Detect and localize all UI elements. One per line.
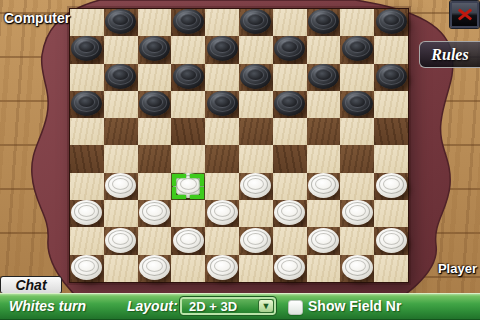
- square-r3c10[interactable]: [374, 64, 408, 91]
- square-r8c3[interactable]: [138, 200, 172, 227]
- square-r8c2[interactable]: [104, 200, 138, 227]
- square-r8c10[interactable]: [374, 200, 408, 227]
- square-r5c5[interactable]: [205, 118, 239, 145]
- square-r8c4[interactable]: [171, 200, 205, 227]
- square-r3c9[interactable]: [340, 64, 374, 91]
- square-r7c8[interactable]: [307, 173, 341, 200]
- square-r3c4[interactable]: [171, 64, 205, 91]
- square-r5c6[interactable]: [239, 118, 273, 145]
- white-piece[interactable]: [274, 255, 305, 280]
- square-r1c4[interactable]: [171, 9, 205, 36]
- square-r1c3[interactable]: [138, 9, 172, 36]
- black-piece[interactable]: [240, 64, 271, 89]
- board[interactable]: [69, 8, 409, 283]
- square-r8c6[interactable]: [239, 200, 273, 227]
- square-r1c5[interactable]: [205, 9, 239, 36]
- square-r7c9[interactable]: [340, 173, 374, 200]
- status-bar: Whites turn Layout: 2D + 3D ▼ Show Field…: [0, 293, 480, 320]
- black-piece[interactable]: [173, 9, 204, 34]
- layout-label: Layout:: [127, 298, 178, 314]
- square-r2c10[interactable]: [374, 36, 408, 63]
- white-piece[interactable]: [173, 173, 204, 198]
- black-piece[interactable]: [342, 91, 373, 116]
- game-window: Computer Player Rules Chat Whites turn L…: [0, 0, 480, 320]
- square-r7c5[interactable]: [205, 173, 239, 200]
- square-r7c3[interactable]: [138, 173, 172, 200]
- square-r1c8[interactable]: [307, 9, 341, 36]
- turn-status-text: Whites turn: [9, 298, 86, 314]
- square-r6c5[interactable]: [205, 145, 239, 172]
- square-r7c10[interactable]: [374, 173, 408, 200]
- square-r4c6[interactable]: [239, 91, 273, 118]
- square-r9c5[interactable]: [205, 227, 239, 254]
- white-piece[interactable]: [342, 200, 373, 225]
- square-r10c5[interactable]: [205, 255, 239, 282]
- show-field-label: Show Field Nr: [308, 298, 401, 314]
- square-r9c2[interactable]: [104, 227, 138, 254]
- square-r9c8[interactable]: [307, 227, 341, 254]
- layout-dropdown-value: 2D + 3D: [189, 299, 237, 314]
- square-r1c6[interactable]: [239, 9, 273, 36]
- white-piece[interactable]: [274, 200, 305, 225]
- white-piece[interactable]: [308, 228, 339, 253]
- square-r8c7[interactable]: [273, 200, 307, 227]
- computer-player-label: Computer: [4, 10, 70, 26]
- square-r5c4[interactable]: [171, 118, 205, 145]
- square-r4c8[interactable]: [307, 91, 341, 118]
- square-r9c9[interactable]: [340, 227, 374, 254]
- black-piece[interactable]: [139, 36, 170, 61]
- black-piece[interactable]: [105, 9, 136, 34]
- square-r2c1[interactable]: [70, 36, 104, 63]
- black-piece[interactable]: [274, 36, 305, 61]
- chevron-down-icon[interactable]: ▼: [258, 299, 274, 313]
- square-r3c2[interactable]: [104, 64, 138, 91]
- white-piece[interactable]: [139, 255, 170, 280]
- square-r10c3[interactable]: [138, 255, 172, 282]
- square-r6c10[interactable]: [374, 145, 408, 172]
- square-r4c9[interactable]: [340, 91, 374, 118]
- square-r9c4[interactable]: [171, 227, 205, 254]
- black-piece[interactable]: [139, 91, 170, 116]
- square-r1c2[interactable]: [104, 9, 138, 36]
- square-r2c3[interactable]: [138, 36, 172, 63]
- square-r4c2[interactable]: [104, 91, 138, 118]
- show-field-checkbox[interactable]: [288, 300, 303, 315]
- square-r7c1[interactable]: [70, 173, 104, 200]
- square-r10c6[interactable]: [239, 255, 273, 282]
- square-r3c6[interactable]: [239, 64, 273, 91]
- square-r9c3[interactable]: [138, 227, 172, 254]
- rules-button[interactable]: Rules: [419, 41, 480, 68]
- square-r5c9[interactable]: [340, 118, 374, 145]
- square-r9c10[interactable]: [374, 227, 408, 254]
- layout-dropdown[interactable]: 2D + 3D ▼: [179, 296, 277, 316]
- square-r3c5[interactable]: [205, 64, 239, 91]
- black-piece[interactable]: [308, 64, 339, 89]
- white-piece[interactable]: [71, 200, 102, 225]
- square-r7c7[interactable]: [273, 173, 307, 200]
- black-piece[interactable]: [376, 64, 407, 89]
- square-r2c5[interactable]: [205, 36, 239, 63]
- white-piece[interactable]: [308, 173, 339, 198]
- square-r4c3[interactable]: [138, 91, 172, 118]
- square-r6c2[interactable]: [104, 145, 138, 172]
- square-r2c9[interactable]: [340, 36, 374, 63]
- square-r2c6[interactable]: [239, 36, 273, 63]
- square-r2c8[interactable]: [307, 36, 341, 63]
- square-r10c10[interactable]: [374, 255, 408, 282]
- black-piece[interactable]: [240, 9, 271, 34]
- square-r8c5[interactable]: [205, 200, 239, 227]
- chat-button[interactable]: Chat: [0, 276, 62, 294]
- square-r9c7[interactable]: [273, 227, 307, 254]
- close-button[interactable]: [450, 1, 479, 28]
- white-piece[interactable]: [71, 255, 102, 280]
- square-r5c2[interactable]: [104, 118, 138, 145]
- square-r1c10[interactable]: [374, 9, 408, 36]
- square-r9c6[interactable]: [239, 227, 273, 254]
- square-r8c1[interactable]: [70, 200, 104, 227]
- human-player-label: Player: [438, 261, 477, 276]
- square-r7c6[interactable]: [239, 173, 273, 200]
- white-piece[interactable]: [139, 200, 170, 225]
- square-r7c4[interactable]: [171, 173, 205, 200]
- square-r10c1[interactable]: [70, 255, 104, 282]
- white-piece[interactable]: [207, 200, 238, 225]
- square-r6c3[interactable]: [138, 145, 172, 172]
- square-r9c1[interactable]: [70, 227, 104, 254]
- square-r2c2[interactable]: [104, 36, 138, 63]
- square-r3c8[interactable]: [307, 64, 341, 91]
- square-r1c1[interactable]: [70, 9, 104, 36]
- square-r1c7[interactable]: [273, 9, 307, 36]
- black-piece[interactable]: [376, 9, 407, 34]
- square-r6c6[interactable]: [239, 145, 273, 172]
- square-r3c3[interactable]: [138, 64, 172, 91]
- white-piece[interactable]: [342, 255, 373, 280]
- square-r10c8[interactable]: [307, 255, 341, 282]
- black-piece[interactable]: [71, 36, 102, 61]
- square-r10c7[interactable]: [273, 255, 307, 282]
- square-r5c7[interactable]: [273, 118, 307, 145]
- black-piece[interactable]: [342, 36, 373, 61]
- square-r5c3[interactable]: [138, 118, 172, 145]
- white-piece[interactable]: [376, 228, 407, 253]
- square-r4c10[interactable]: [374, 91, 408, 118]
- square-r1c9[interactable]: [340, 9, 374, 36]
- square-r6c9[interactable]: [340, 145, 374, 172]
- black-piece[interactable]: [173, 64, 204, 89]
- square-r3c1[interactable]: [70, 64, 104, 91]
- square-r2c4[interactable]: [171, 36, 205, 63]
- white-piece[interactable]: [105, 228, 136, 253]
- white-piece[interactable]: [173, 228, 204, 253]
- square-r10c4[interactable]: [171, 255, 205, 282]
- square-r3c7[interactable]: [273, 64, 307, 91]
- black-piece[interactable]: [207, 91, 238, 116]
- square-r5c8[interactable]: [307, 118, 341, 145]
- square-r2c7[interactable]: [273, 36, 307, 63]
- square-r6c8[interactable]: [307, 145, 341, 172]
- square-r5c1[interactable]: [70, 118, 104, 145]
- square-r6c4[interactable]: [171, 145, 205, 172]
- square-r7c2[interactable]: [104, 173, 138, 200]
- square-r8c8[interactable]: [307, 200, 341, 227]
- white-piece[interactable]: [207, 255, 238, 280]
- square-r4c7[interactable]: [273, 91, 307, 118]
- white-piece[interactable]: [105, 173, 136, 198]
- white-piece[interactable]: [376, 173, 407, 198]
- square-r10c2[interactable]: [104, 255, 138, 282]
- square-r8c9[interactable]: [340, 200, 374, 227]
- black-piece[interactable]: [308, 9, 339, 34]
- square-r4c1[interactable]: [70, 91, 104, 118]
- black-piece[interactable]: [207, 36, 238, 61]
- black-piece[interactable]: [274, 91, 305, 116]
- square-r6c7[interactable]: [273, 145, 307, 172]
- black-piece[interactable]: [105, 64, 136, 89]
- square-r4c4[interactable]: [171, 91, 205, 118]
- square-r4c5[interactable]: [205, 91, 239, 118]
- white-piece[interactable]: [240, 228, 271, 253]
- square-r5c10[interactable]: [374, 118, 408, 145]
- square-r6c1[interactable]: [70, 145, 104, 172]
- white-piece[interactable]: [240, 173, 271, 198]
- black-piece[interactable]: [71, 91, 102, 116]
- square-r10c9[interactable]: [340, 255, 374, 282]
